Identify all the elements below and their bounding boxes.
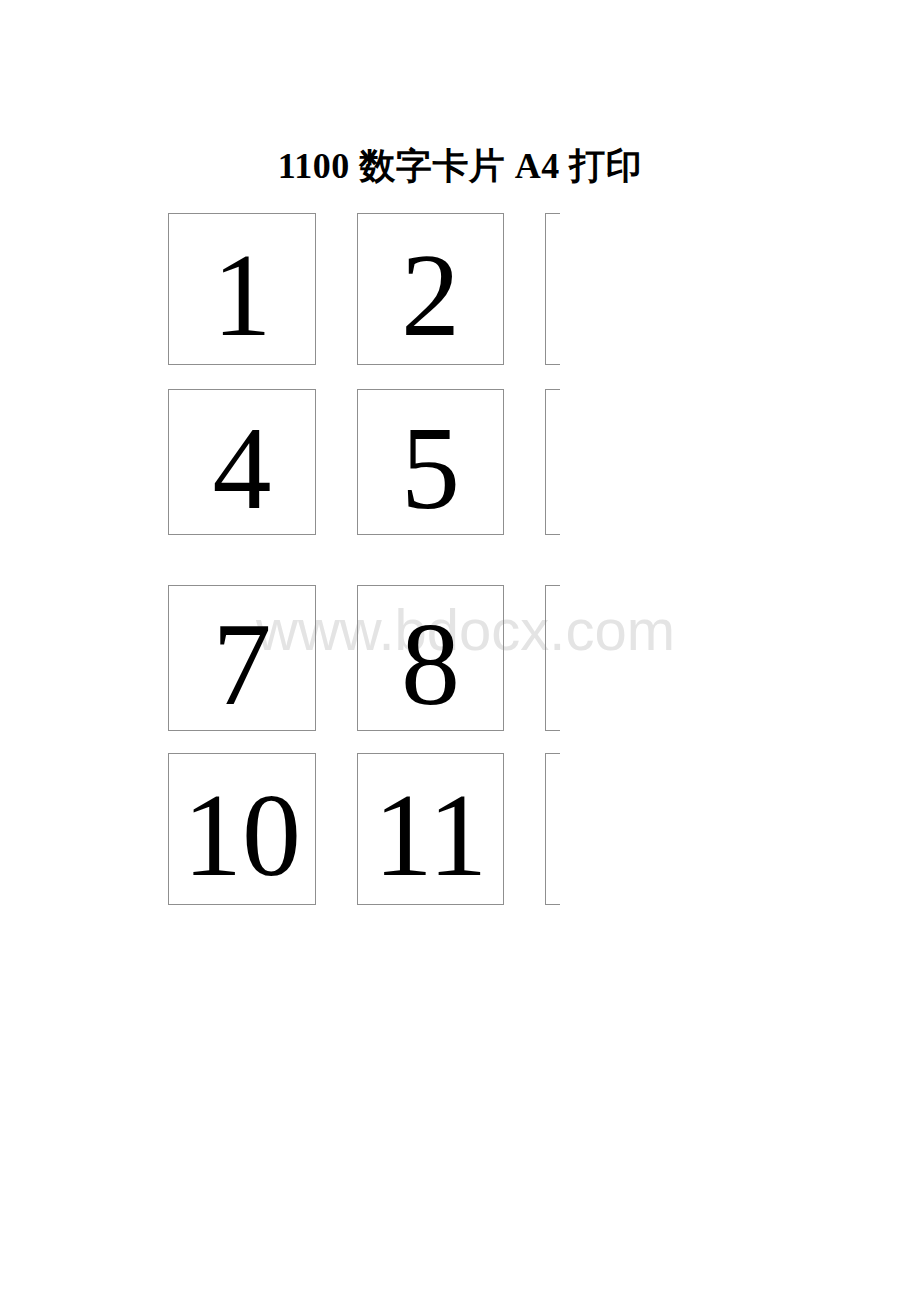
card-number: 8 <box>401 606 460 724</box>
number-card: 7 <box>168 585 316 731</box>
card-number: 5 <box>401 410 460 528</box>
clipped-number-card <box>545 585 560 731</box>
document-page: { "document": { "title": "1100 数字卡片 A4 打… <box>0 0 920 1302</box>
card-number: 2 <box>401 237 460 355</box>
card-number: 4 <box>213 410 272 528</box>
clipped-number-card <box>545 213 560 365</box>
card-number: 10 <box>183 777 301 895</box>
number-card: 10 <box>168 753 316 905</box>
card-number: 7 <box>213 606 272 724</box>
number-card: 2 <box>357 213 504 365</box>
number-card: 5 <box>357 389 504 535</box>
card-number: 11 <box>374 777 488 895</box>
number-card: 4 <box>168 389 316 535</box>
number-card: 11 <box>357 753 504 905</box>
clipped-number-card <box>545 753 560 905</box>
page-title: 1100 数字卡片 A4 打印 <box>0 144 920 188</box>
card-number: 1 <box>213 237 272 355</box>
clipped-number-card <box>545 389 560 535</box>
number-card: 1 <box>168 213 316 365</box>
number-card: 8 <box>357 585 504 731</box>
